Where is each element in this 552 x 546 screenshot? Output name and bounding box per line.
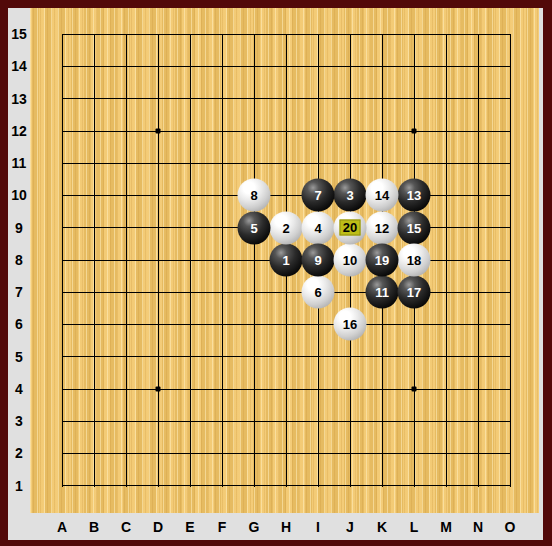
column-label-J: J bbox=[338, 519, 362, 535]
column-label-K: K bbox=[370, 519, 394, 535]
column-label-L: L bbox=[402, 519, 426, 535]
row-label-3: 3 bbox=[8, 413, 30, 429]
stone-white-6: 6 bbox=[302, 276, 335, 309]
move-number: 12 bbox=[374, 221, 390, 234]
move-number: 2 bbox=[281, 221, 290, 234]
row-label-10: 10 bbox=[8, 187, 30, 203]
stone-black-19: 19 bbox=[366, 243, 399, 276]
stone-white-16: 16 bbox=[334, 308, 367, 341]
stone-black-5: 5 bbox=[238, 211, 271, 244]
column-label-F: F bbox=[210, 519, 234, 535]
column-label-G: G bbox=[242, 519, 266, 535]
column-label-H: H bbox=[274, 519, 298, 535]
move-number: 5 bbox=[249, 221, 258, 234]
move-number: 17 bbox=[406, 286, 422, 299]
column-label-O: O bbox=[498, 519, 522, 535]
column-label-A: A bbox=[50, 519, 74, 535]
stone-black-3: 3 bbox=[334, 179, 367, 212]
row-label-2: 2 bbox=[8, 445, 30, 461]
row-label-4: 4 bbox=[8, 381, 30, 397]
move-number: 15 bbox=[406, 221, 422, 234]
row-label-1: 1 bbox=[8, 478, 30, 494]
row-label-15: 15 bbox=[8, 26, 30, 42]
stone-white-18: 18 bbox=[398, 243, 431, 276]
stone-black-15: 15 bbox=[398, 211, 431, 244]
stone-black-11: 11 bbox=[366, 276, 399, 309]
move-number: 14 bbox=[374, 189, 390, 202]
column-label-I: I bbox=[306, 519, 330, 535]
stone-black-7: 7 bbox=[302, 179, 335, 212]
row-label-9: 9 bbox=[8, 220, 30, 236]
board-frame: 151413121110987654321 ABCDEFGHIJKLMNO 12… bbox=[0, 0, 552, 546]
stone-white-2: 2 bbox=[270, 211, 303, 244]
star-point-L12 bbox=[412, 128, 417, 133]
move-number: 3 bbox=[345, 189, 354, 202]
move-number: 18 bbox=[406, 253, 422, 266]
row-label-6: 6 bbox=[8, 316, 30, 332]
row-label-7: 7 bbox=[8, 284, 30, 300]
last-move-number: 20 bbox=[340, 220, 360, 236]
stone-white-20: 20 bbox=[334, 211, 367, 244]
row-label-12: 12 bbox=[8, 123, 30, 139]
column-label-N: N bbox=[466, 519, 490, 535]
stone-black-17: 17 bbox=[398, 276, 431, 309]
row-label-8: 8 bbox=[8, 252, 30, 268]
move-number: 9 bbox=[313, 253, 322, 266]
stone-black-1: 1 bbox=[270, 243, 303, 276]
move-number: 16 bbox=[342, 318, 358, 331]
row-label-13: 13 bbox=[8, 91, 30, 107]
move-number: 13 bbox=[406, 189, 422, 202]
star-point-D12 bbox=[156, 128, 161, 133]
column-label-C: C bbox=[114, 519, 138, 535]
column-label-B: B bbox=[82, 519, 106, 535]
move-number: 11 bbox=[374, 286, 390, 299]
row-label-11: 11 bbox=[8, 155, 30, 171]
column-label-M: M bbox=[434, 519, 458, 535]
move-number: 19 bbox=[374, 253, 390, 266]
stone-white-8: 8 bbox=[238, 179, 271, 212]
stone-white-12: 12 bbox=[366, 211, 399, 244]
stone-black-9: 9 bbox=[302, 243, 335, 276]
move-number: 4 bbox=[313, 221, 322, 234]
move-number: 1 bbox=[281, 253, 290, 266]
stone-white-4: 4 bbox=[302, 211, 335, 244]
star-point-L4 bbox=[412, 386, 417, 391]
column-label-D: D bbox=[146, 519, 170, 535]
row-label-5: 5 bbox=[8, 349, 30, 365]
stone-white-14: 14 bbox=[366, 179, 399, 212]
move-number: 8 bbox=[249, 189, 258, 202]
star-point-D4 bbox=[156, 386, 161, 391]
move-number: 10 bbox=[342, 253, 358, 266]
move-number: 7 bbox=[313, 189, 322, 202]
row-label-14: 14 bbox=[8, 58, 30, 74]
move-number: 6 bbox=[313, 286, 322, 299]
column-label-E: E bbox=[178, 519, 202, 535]
stone-white-10: 10 bbox=[334, 243, 367, 276]
stone-black-13: 13 bbox=[398, 179, 431, 212]
